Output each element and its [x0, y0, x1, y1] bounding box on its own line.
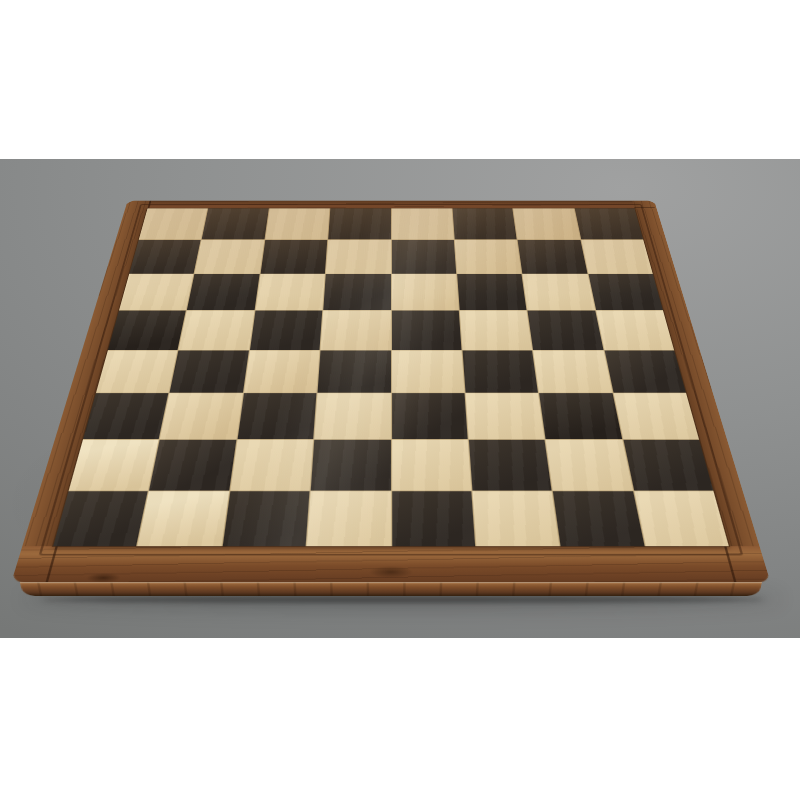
square-d6	[323, 274, 390, 310]
square-b6	[187, 274, 259, 310]
square-e6	[391, 274, 458, 310]
square-e3	[392, 393, 468, 439]
square-h5	[596, 311, 674, 350]
square-c2	[230, 440, 313, 490]
square-f8	[452, 208, 516, 239]
square-e5	[391, 311, 461, 350]
square-d1	[307, 491, 390, 546]
square-b7	[195, 240, 264, 273]
square-c8	[265, 208, 329, 239]
square-a1	[53, 491, 148, 546]
square-c6	[255, 274, 325, 310]
square-g1	[553, 491, 644, 546]
square-b3	[160, 393, 243, 439]
square-f2	[469, 440, 552, 490]
square-h7	[581, 240, 653, 273]
square-g4	[533, 350, 612, 392]
square-a2	[69, 440, 159, 490]
playing-area	[53, 208, 729, 546]
square-h6	[588, 274, 663, 310]
square-e7	[391, 240, 456, 273]
frame-joint-seam-bottom-left	[46, 546, 58, 582]
square-d5	[321, 311, 391, 350]
frame-rail-top	[125, 201, 656, 209]
square-e8	[391, 208, 453, 239]
square-a4	[96, 350, 178, 392]
chess-board	[11, 201, 770, 583]
square-a3	[83, 393, 169, 439]
board-front-edge	[20, 582, 762, 596]
square-e4	[391, 350, 464, 392]
square-f5	[460, 311, 533, 350]
gray-surface-backdrop	[0, 159, 800, 638]
frame-rail-right	[632, 201, 770, 583]
frame-rail-left	[11, 201, 149, 583]
square-e2	[392, 440, 472, 490]
square-g3	[539, 393, 622, 439]
square-c4	[244, 350, 320, 392]
square-a7	[129, 240, 201, 273]
square-b4	[170, 350, 249, 392]
perspective-scene	[0, 159, 800, 638]
square-h3	[613, 393, 699, 439]
square-c3	[237, 393, 316, 439]
square-a5	[108, 311, 186, 350]
square-f6	[457, 274, 527, 310]
square-d4	[318, 350, 391, 392]
square-d8	[328, 208, 390, 239]
board-top-face	[11, 201, 770, 583]
square-g6	[523, 274, 595, 310]
square-b8	[202, 208, 269, 239]
square-d2	[311, 440, 391, 490]
square-g2	[546, 440, 633, 490]
white-letterbox-bottom	[0, 638, 800, 800]
square-g7	[518, 240, 587, 273]
square-b2	[149, 440, 236, 490]
square-h4	[604, 350, 686, 392]
square-c5	[250, 311, 323, 350]
square-h8	[574, 208, 643, 239]
frame-rail-bottom	[11, 546, 770, 582]
square-f7	[455, 240, 522, 273]
square-d3	[314, 393, 390, 439]
white-letterbox-top	[0, 0, 800, 159]
square-g8	[513, 208, 580, 239]
square-h1	[634, 491, 729, 546]
square-g5	[528, 311, 603, 350]
square-f4	[462, 350, 538, 392]
frame-joint-seam-bottom-right	[724, 546, 736, 582]
square-h2	[623, 440, 713, 490]
square-c1	[222, 491, 309, 546]
square-d7	[326, 240, 391, 273]
square-a8	[139, 208, 208, 239]
square-f1	[472, 491, 559, 546]
square-e1	[392, 491, 475, 546]
square-c7	[260, 240, 327, 273]
square-a6	[119, 274, 194, 310]
square-b1	[138, 491, 229, 546]
square-b5	[179, 311, 254, 350]
product-photo-canvas	[0, 0, 800, 800]
square-f3	[465, 393, 544, 439]
